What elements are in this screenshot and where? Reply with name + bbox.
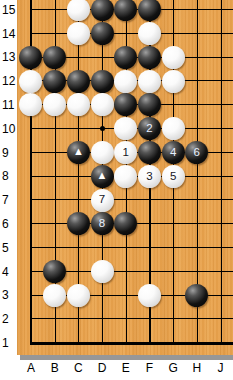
point-G9[interactable]: 4: [161, 141, 185, 165]
stone-black-B13: [43, 46, 66, 69]
point-E9[interactable]: 1: [114, 141, 138, 165]
move-number: 1: [123, 147, 129, 159]
stone-white-A12: [19, 70, 42, 93]
point-C3[interactable]: [67, 283, 91, 307]
board: 2▲146▲3578: [17, 0, 233, 355]
point-B10[interactable]: [43, 117, 67, 141]
stone-black-D8: ▲: [91, 165, 114, 188]
column-label-D: D: [93, 361, 111, 375]
row-label-15: 15: [2, 3, 17, 17]
column-label-B: B: [46, 361, 64, 375]
point-D8[interactable]: ▲: [90, 164, 114, 188]
stone-white-G12: [162, 70, 185, 93]
point-J7[interactable]: [209, 188, 233, 212]
point-B1[interactable]: [43, 331, 67, 355]
point-A12[interactable]: [19, 69, 43, 93]
stone-white-E10: [114, 117, 137, 140]
triangle-mark: ▲: [73, 146, 84, 157]
point-D9[interactable]: [90, 141, 114, 165]
point-D5[interactable]: [90, 236, 114, 260]
move-number: 6: [194, 147, 200, 159]
point-G13[interactable]: [161, 46, 185, 70]
point-H8[interactable]: [185, 164, 209, 188]
column-label-H: H: [188, 361, 206, 375]
point-E13[interactable]: [114, 46, 138, 70]
point-D1[interactable]: [90, 331, 114, 355]
point-G1[interactable]: [161, 331, 185, 355]
point-D14[interactable]: [90, 22, 114, 46]
point-B4[interactable]: [43, 260, 67, 284]
point-C9[interactable]: ▲: [67, 141, 91, 165]
column-label-A: A: [22, 361, 40, 375]
point-B8[interactable]: [43, 164, 67, 188]
point-B15[interactable]: [43, 0, 67, 22]
point-F9[interactable]: [138, 141, 162, 165]
point-D15[interactable]: [90, 0, 114, 22]
row-label-6: 6: [2, 217, 17, 231]
stone-white-C14: [67, 22, 90, 45]
column-label-J: J: [212, 361, 230, 375]
point-H4[interactable]: [185, 260, 209, 284]
point-A10[interactable]: [19, 117, 43, 141]
stone-white-D9: [91, 141, 114, 164]
point-F12[interactable]: [138, 69, 162, 93]
point-G10[interactable]: [161, 117, 185, 141]
point-B14[interactable]: [43, 22, 67, 46]
point-F3[interactable]: [138, 283, 162, 307]
stone-black-F9: [138, 141, 161, 164]
row-label-8: 8: [2, 169, 17, 183]
column-label-E: E: [117, 361, 135, 375]
row-label-11: 11: [2, 98, 17, 112]
point-H9[interactable]: 6: [185, 141, 209, 165]
stone-black-E6: [114, 212, 137, 235]
row-label-5: 5: [2, 241, 17, 255]
point-A4[interactable]: [19, 260, 43, 284]
point-A14[interactable]: [19, 22, 43, 46]
stone-white-G8: 5: [162, 165, 185, 188]
point-A15[interactable]: [19, 0, 43, 22]
point-H12[interactable]: [185, 69, 209, 93]
point-J11[interactable]: [209, 93, 233, 117]
stone-black-D6: 8: [91, 212, 114, 235]
point-A11[interactable]: [19, 93, 43, 117]
point-A2[interactable]: [19, 307, 43, 331]
point-G3[interactable]: [161, 283, 185, 307]
point-E14[interactable]: [114, 22, 138, 46]
point-D10[interactable]: [90, 117, 114, 141]
point-G7[interactable]: [161, 188, 185, 212]
stone-black-E15: [114, 0, 137, 21]
point-C12[interactable]: [67, 69, 91, 93]
stone-black-F13: [138, 46, 161, 69]
stone-black-D14: [91, 22, 114, 45]
point-G15[interactable]: [161, 0, 185, 22]
point-E2[interactable]: [114, 307, 138, 331]
point-E3[interactable]: [114, 283, 138, 307]
point-B5[interactable]: [43, 236, 67, 260]
point-J8[interactable]: [209, 164, 233, 188]
point-E1[interactable]: [114, 331, 138, 355]
stone-black-G9: 4: [162, 141, 185, 164]
point-F6[interactable]: [138, 212, 162, 236]
stone-black-C6: [67, 212, 90, 235]
stone-black-B4: [43, 260, 66, 283]
stone-white-F3: [138, 284, 161, 307]
point-H10[interactable]: [185, 117, 209, 141]
point-F8[interactable]: 3: [138, 164, 162, 188]
point-H15[interactable]: [185, 0, 209, 22]
stone-white-C11: [67, 93, 90, 116]
point-H3[interactable]: [185, 283, 209, 307]
stone-white-G10: [162, 117, 185, 140]
stone-white-D7: 7: [91, 189, 114, 212]
point-C7[interactable]: [67, 188, 91, 212]
point-G8[interactable]: 5: [161, 164, 185, 188]
point-F7[interactable]: [138, 188, 162, 212]
point-F13[interactable]: [138, 46, 162, 70]
point-J3[interactable]: [209, 283, 233, 307]
point-B2[interactable]: [43, 307, 67, 331]
stone-black-F11: [138, 93, 161, 116]
point-D2[interactable]: [90, 307, 114, 331]
stone-black-B12: [43, 70, 66, 93]
point-B6[interactable]: [43, 212, 67, 236]
point-C5[interactable]: [67, 236, 91, 260]
move-number: 5: [170, 171, 176, 183]
row-label-12: 12: [2, 74, 17, 88]
column-label-G: G: [164, 361, 182, 375]
point-E11[interactable]: [114, 93, 138, 117]
point-A1[interactable]: [19, 331, 43, 355]
point-C11[interactable]: [67, 93, 91, 117]
point-E10[interactable]: [114, 117, 138, 141]
point-C8[interactable]: [67, 164, 91, 188]
stone-white-C3: [67, 284, 90, 307]
row-label-9: 9: [2, 146, 17, 160]
point-F15[interactable]: [138, 0, 162, 22]
point-J10[interactable]: [209, 117, 233, 141]
point-H5[interactable]: [185, 236, 209, 260]
row-label-13: 13: [2, 50, 17, 64]
point-E8[interactable]: [114, 164, 138, 188]
stone-black-H9: 6: [185, 141, 208, 164]
stone-white-E9: 1: [114, 141, 137, 164]
point-J4[interactable]: [209, 260, 233, 284]
point-C15[interactable]: [67, 0, 91, 22]
point-H11[interactable]: [185, 93, 209, 117]
point-A5[interactable]: [19, 236, 43, 260]
point-F11[interactable]: [138, 93, 162, 117]
column-label-F: F: [141, 361, 159, 375]
move-number: 8: [99, 218, 105, 230]
point-A8[interactable]: [19, 164, 43, 188]
stone-white-A11: [19, 93, 42, 116]
point-G12[interactable]: [161, 69, 185, 93]
row-label-2: 2: [2, 312, 17, 326]
row-label-1: 1: [2, 336, 17, 350]
stone-white-E12: [114, 70, 137, 93]
point-B7[interactable]: [43, 188, 67, 212]
point-A7[interactable]: [19, 188, 43, 212]
point-H14[interactable]: [185, 22, 209, 46]
point-G11[interactable]: [161, 93, 185, 117]
stone-white-C15: [67, 0, 90, 21]
point-B9[interactable]: [43, 141, 67, 165]
point-C10[interactable]: [67, 117, 91, 141]
point-F2[interactable]: [138, 307, 162, 331]
stone-black-C12: [67, 70, 90, 93]
point-C14[interactable]: [67, 22, 91, 46]
column-label-C: C: [69, 361, 87, 375]
point-G14[interactable]: [161, 22, 185, 46]
point-C2[interactable]: [67, 307, 91, 331]
point-J6[interactable]: [209, 212, 233, 236]
point-J2[interactable]: [209, 307, 233, 331]
stone-black-D12: [91, 70, 114, 93]
stone-white-E8: [114, 165, 137, 188]
row-label-4: 4: [2, 265, 17, 279]
row-label-3: 3: [2, 288, 17, 302]
stone-black-C9: ▲: [67, 141, 90, 164]
point-J1[interactable]: [209, 331, 233, 355]
stone-white-G13: [162, 46, 185, 69]
move-number: 4: [170, 147, 176, 159]
triangle-mark: ▲: [97, 170, 108, 181]
stone-black-D15: [91, 0, 114, 21]
point-G6[interactable]: [161, 212, 185, 236]
point-E15[interactable]: [114, 0, 138, 22]
stone-black-F15: [138, 0, 161, 21]
point-H2[interactable]: [185, 307, 209, 331]
stone-black-F10: 2: [138, 117, 161, 140]
point-A13[interactable]: [19, 46, 43, 70]
move-number: 2: [146, 123, 152, 135]
point-A3[interactable]: [19, 283, 43, 307]
stone-white-B3: [43, 284, 66, 307]
point-F14[interactable]: [138, 22, 162, 46]
point-D6[interactable]: 8: [90, 212, 114, 236]
point-E5[interactable]: [114, 236, 138, 260]
stone-white-F8: 3: [138, 165, 161, 188]
stone-white-D11: [91, 93, 114, 116]
point-E6[interactable]: [114, 212, 138, 236]
point-D7[interactable]: 7: [90, 188, 114, 212]
point-E12[interactable]: [114, 69, 138, 93]
move-number: 3: [146, 171, 152, 183]
point-C13[interactable]: [67, 46, 91, 70]
point-D3[interactable]: [90, 283, 114, 307]
point-G2[interactable]: [161, 307, 185, 331]
point-J14[interactable]: [209, 22, 233, 46]
point-D4[interactable]: [90, 260, 114, 284]
point-D11[interactable]: [90, 93, 114, 117]
point-F10[interactable]: 2: [138, 117, 162, 141]
point-H13[interactable]: [185, 46, 209, 70]
point-F4[interactable]: [138, 260, 162, 284]
stone-white-D4: [91, 260, 114, 283]
row-label-10: 10: [2, 122, 17, 136]
point-C1[interactable]: [67, 331, 91, 355]
point-J15[interactable]: [209, 0, 233, 22]
point-D13[interactable]: [90, 46, 114, 70]
point-J5[interactable]: [209, 236, 233, 260]
point-H1[interactable]: [185, 331, 209, 355]
point-B3[interactable]: [43, 283, 67, 307]
point-G5[interactable]: [161, 236, 185, 260]
stone-black-E13: [114, 46, 137, 69]
point-J13[interactable]: [209, 46, 233, 70]
move-number: 7: [99, 194, 105, 206]
point-E4[interactable]: [114, 260, 138, 284]
point-G4[interactable]: [161, 260, 185, 284]
stone-white-F12: [138, 70, 161, 93]
point-F5[interactable]: [138, 236, 162, 260]
point-H6[interactable]: [185, 212, 209, 236]
stone-black-E11: [114, 93, 137, 116]
point-J9[interactable]: [209, 141, 233, 165]
stone-black-A13: [19, 46, 42, 69]
board-grid: 2▲146▲3578: [19, 0, 232, 355]
point-D12[interactable]: [90, 69, 114, 93]
point-A9[interactable]: [19, 141, 43, 165]
row-label-14: 14: [2, 27, 17, 41]
point-E7[interactable]: [114, 188, 138, 212]
point-H7[interactable]: [185, 188, 209, 212]
point-F1[interactable]: [138, 331, 162, 355]
stone-white-F14: [138, 22, 161, 45]
stone-black-H3: [185, 284, 208, 307]
stone-white-B11: [43, 93, 66, 116]
board-bottom-shadow: [20, 355, 233, 360]
point-B12[interactable]: [43, 69, 67, 93]
point-C6[interactable]: [67, 212, 91, 236]
point-B13[interactable]: [43, 46, 67, 70]
row-label-7: 7: [2, 193, 17, 207]
point-B11[interactable]: [43, 93, 67, 117]
go-board-diagram: 2▲146▲3578 151413121110987654321 ABCDEFG…: [0, 0, 233, 380]
point-A6[interactable]: [19, 212, 43, 236]
point-J12[interactable]: [209, 69, 233, 93]
point-C4[interactable]: [67, 260, 91, 284]
